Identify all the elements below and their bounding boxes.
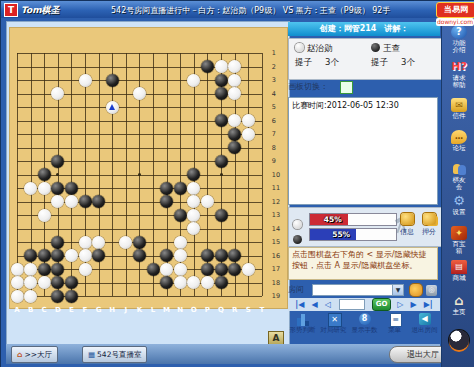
grid-line xyxy=(248,53,249,296)
mail-icon: ✉ xyxy=(451,98,467,112)
star-point xyxy=(220,173,223,176)
black-stone-G12 xyxy=(92,195,105,208)
column-label: G xyxy=(94,306,104,314)
mascot-icon xyxy=(449,330,469,350)
show-move-numbers-button[interactable]: 8 显示手数 xyxy=(350,312,379,339)
row-label: 5 xyxy=(272,103,284,111)
grid-line xyxy=(17,229,262,230)
tab-lobby[interactable]: ⌂>>大厅 xyxy=(11,346,58,363)
sidebar-item-treasure[interactable]: ✦百宝箱 xyxy=(442,226,474,255)
white-stone-P12 xyxy=(201,195,214,208)
black-win-bar: 55% xyxy=(309,228,397,241)
prev-move-button[interactable]: ◁ xyxy=(325,298,331,311)
players-panel: 赵治勋 提子3个 王查 提子3个 xyxy=(288,38,442,80)
white-stone-S17 xyxy=(242,263,255,276)
column-label: F xyxy=(80,306,90,314)
black-stone-K16 xyxy=(133,249,146,262)
white-stone-J15 xyxy=(119,236,132,249)
black-stone-F12 xyxy=(79,195,92,208)
black-stone-E11 xyxy=(65,182,78,195)
white-stone-C11 xyxy=(38,182,51,195)
app-logo-icon: T xyxy=(4,3,18,17)
column-label: T xyxy=(257,306,267,314)
tab-live-room[interactable]: ▦542号直播室 xyxy=(82,346,147,363)
white-stone-R3 xyxy=(228,74,241,87)
white-captures-label: 提子 xyxy=(295,57,325,69)
tools-icon[interactable]: ◎ xyxy=(426,285,437,296)
first-move-button[interactable]: |◀ xyxy=(295,298,304,311)
white-stone-C13 xyxy=(38,209,51,222)
white-player: 赵治勋 提子3个 xyxy=(295,43,365,71)
row-label: 3 xyxy=(272,76,284,84)
row-label: 4 xyxy=(272,90,284,98)
prev-10-button[interactable]: ◀ xyxy=(311,298,317,311)
board-switch-row: 画板切换： xyxy=(288,81,440,95)
black-win-pct: 55% xyxy=(332,230,350,239)
app-name: Tom棋圣 xyxy=(21,4,60,17)
white-player-name: 赵治勋 xyxy=(307,43,333,53)
room-label: 房间 xyxy=(288,285,304,294)
info-icon xyxy=(401,213,414,225)
last-move-triangle-marker xyxy=(109,104,115,110)
white-stone-S7 xyxy=(242,128,255,141)
white-stone-O13 xyxy=(187,209,200,222)
black-stone-icon xyxy=(371,43,380,52)
column-label: E xyxy=(66,306,76,314)
window-title: 542号房间直播进行中－白方：赵治勋（P9级） VS 黑方：王查（P9级） 92… xyxy=(111,5,411,16)
row-label: 17 xyxy=(272,265,284,273)
white-stone-M17 xyxy=(160,263,173,276)
white-stone-E16 xyxy=(65,249,78,262)
black-stone-G16 xyxy=(92,249,105,262)
white-stone-O11 xyxy=(187,182,200,195)
exit-room-button[interactable]: ◀ 退出房间 xyxy=(410,312,439,339)
bet-points-button[interactable]: 押分 xyxy=(419,213,439,239)
black-player: 王查 提子3个 xyxy=(371,43,441,71)
column-label: N xyxy=(175,306,185,314)
row-label: 2 xyxy=(272,63,284,71)
black-stone-P17 xyxy=(201,263,214,276)
column-label: P xyxy=(202,306,212,314)
sidebar-item-shop[interactable]: ▤商城 xyxy=(442,260,474,282)
white-stone-A18 xyxy=(11,276,24,289)
column-label: M xyxy=(162,306,172,314)
column-label: K xyxy=(134,306,144,314)
column-label: B xyxy=(26,306,36,314)
room-dropdown[interactable]: ▼ xyxy=(312,284,404,296)
black-stone-N13 xyxy=(174,209,187,222)
column-label: R xyxy=(230,306,240,314)
white-stone-F3 xyxy=(79,74,92,87)
column-label: H xyxy=(107,306,117,314)
match-time: 比赛时间:2012-06-05 12:30 xyxy=(292,100,434,111)
match-info-box[interactable]: 比赛时间:2012-06-05 12:30 xyxy=(288,97,438,205)
row-label: 6 xyxy=(272,117,284,125)
black-stone-D16 xyxy=(51,249,64,262)
white-stone-K4 xyxy=(133,87,146,100)
black-stone-icon xyxy=(293,235,302,244)
black-stone-C17 xyxy=(38,263,51,276)
black-stone-D9 xyxy=(51,155,64,168)
room-selector-row: 房间 ▼ ◎ xyxy=(288,284,440,297)
white-stone-G15 xyxy=(92,236,105,249)
board-panel: ABCDEFGHJKLMNOPQRST123456789101112131415… xyxy=(6,21,290,345)
black-stone-Q3 xyxy=(215,74,228,87)
title-bar: T Tom棋圣 542号房间直播进行中－白方：赵治勋（P9级） VS 黑方：王查… xyxy=(1,1,474,18)
win-rate-panel: 45% 55% 信息 押分 xyxy=(288,207,442,247)
shop-icon: ▤ xyxy=(451,260,467,274)
row-label: 1 xyxy=(272,49,284,57)
black-stone-H3 xyxy=(106,74,119,87)
column-label: O xyxy=(189,306,199,314)
white-win-bar: 45% xyxy=(309,213,397,226)
row-label: 8 xyxy=(272,144,284,152)
white-stone-E12 xyxy=(65,195,78,208)
question-icon: ? xyxy=(451,25,467,39)
column-label: S xyxy=(243,306,253,314)
white-stone-O18 xyxy=(187,276,200,289)
go-board[interactable]: ABCDEFGHJKLMNOPQRST123456789101112131415… xyxy=(9,27,288,309)
help-icon: H? xyxy=(451,60,467,74)
column-label: J xyxy=(121,306,131,314)
sidebar-item-mail[interactable]: ✉信件 xyxy=(442,98,474,120)
white-stone-O14 xyxy=(187,222,200,235)
black-stone-D19 xyxy=(51,290,64,303)
menu-page-icon: ≡ xyxy=(390,313,402,327)
black-stone-B16 xyxy=(24,249,37,262)
black-stone-Q6 xyxy=(215,114,228,127)
black-stone-P16 xyxy=(201,249,214,262)
row-label: 14 xyxy=(272,225,284,233)
room-creator-bar: 创建：网管214 讲解： xyxy=(288,22,440,36)
move-number-input[interactable] xyxy=(339,299,365,310)
row-label: 19 xyxy=(272,292,284,300)
row-label: 11 xyxy=(272,184,284,192)
sidebar-item-settings[interactable]: ⚙设置 xyxy=(442,194,474,216)
black-stone-C10 xyxy=(38,168,51,181)
white-win-row: 45% xyxy=(293,213,403,225)
black-stone-P2 xyxy=(201,60,214,73)
black-stone-N11 xyxy=(174,182,187,195)
black-stone-D18 xyxy=(51,276,64,289)
board-page-icon: ▦ xyxy=(88,350,95,359)
black-stone-D11 xyxy=(51,182,64,195)
bottom-toolbar: 形势判断 ✕ 对局研究 8 显示手数 ≡ 菜单 ◀ 退出房间 xyxy=(288,312,440,339)
row-label: 16 xyxy=(272,252,284,260)
row-label: 18 xyxy=(272,279,284,287)
white-stone-N16 xyxy=(174,249,187,262)
white-stone-R2 xyxy=(228,60,241,73)
white-stone-A19 xyxy=(11,290,24,303)
white-stone-F17 xyxy=(79,263,92,276)
board-switch-icon[interactable] xyxy=(340,81,353,94)
app-window: T Tom棋圣 542号房间直播进行中－白方：赵治勋（P9级） VS 黑方：王查… xyxy=(0,0,474,367)
white-stone-P18 xyxy=(201,276,214,289)
info-button[interactable]: 信息 xyxy=(397,213,417,239)
ad-url: downyi.com xyxy=(436,18,474,26)
chevron-down-icon[interactable]: ▼ xyxy=(392,285,403,295)
white-stone-D12 xyxy=(51,195,64,208)
number-circle-icon: 8 xyxy=(359,313,371,325)
game-research-button[interactable]: ✕ 对局研究 xyxy=(319,312,348,339)
sidebar-item-help[interactable]: H?请求帮助 xyxy=(442,60,474,89)
star-point xyxy=(138,173,141,176)
column-label: Q xyxy=(216,306,226,314)
black-stone-R17 xyxy=(228,263,241,276)
white-win-pct: 45% xyxy=(324,215,342,224)
white-stone-N15 xyxy=(174,236,187,249)
sidebar-item-features[interactable]: ?功能介绍 xyxy=(442,25,474,54)
black-stone-R8 xyxy=(228,141,241,154)
white-stone-N17 xyxy=(174,263,187,276)
row-label: 10 xyxy=(272,171,284,179)
grid-line xyxy=(153,53,154,296)
move-navigation-bar: |◀ ◀ ◁ GO ▷ ▶ ▶| xyxy=(288,298,440,311)
white-stone-B18 xyxy=(24,276,37,289)
home-icon: ⌂ xyxy=(17,350,22,359)
white-stone-S6 xyxy=(242,114,255,127)
white-stone-F16 xyxy=(79,249,92,262)
black-stone-Q13 xyxy=(215,209,228,222)
black-stone-Q17 xyxy=(215,263,228,276)
white-stone-O3 xyxy=(187,74,200,87)
position-judge-button[interactable]: 形势判断 xyxy=(288,312,317,339)
mini-board-icon: ✕ xyxy=(328,313,342,327)
white-stone-H5 xyxy=(106,101,119,114)
black-stone-Q16 xyxy=(215,249,228,262)
right-sidebar: ?功能介绍 H?请求帮助 ✉信件 …论坛 棋友会 ⚙设置 ✦百宝箱 ▤商城 ⌂主… xyxy=(441,18,474,367)
grid-line xyxy=(262,53,263,296)
last-move-button[interactable]: ▶| xyxy=(424,298,433,311)
black-stone-M12 xyxy=(160,195,173,208)
column-label: C xyxy=(39,306,49,314)
black-stone-E19 xyxy=(65,290,78,303)
white-stone-B19 xyxy=(24,290,37,303)
column-label: L xyxy=(148,306,158,314)
black-stone-D17 xyxy=(51,263,64,276)
star-point xyxy=(56,173,59,176)
white-stone-O12 xyxy=(187,195,200,208)
cat-emoticon-icon[interactable] xyxy=(410,284,422,296)
ad-watermark: 当易网 downyi.com xyxy=(436,2,474,27)
row-label: 7 xyxy=(272,130,284,138)
black-stone-Q18 xyxy=(215,276,228,289)
bottom-tabs-strip: ⌂>>大厅 ▦542号直播室 退出大厅 xyxy=(6,344,440,364)
white-stone-R4 xyxy=(228,87,241,100)
white-stone-R6 xyxy=(228,114,241,127)
exit-door-icon: ◀ xyxy=(419,313,431,325)
ad-name: 当易网 xyxy=(436,2,474,18)
black-stone-O10 xyxy=(187,168,200,181)
black-stone-R16 xyxy=(228,249,241,262)
white-stone-A17 xyxy=(11,263,24,276)
treasure-icon: ✦ xyxy=(451,226,467,240)
black-stone-C16 xyxy=(38,249,51,262)
black-captures-label: 提子 xyxy=(371,57,401,69)
black-win-row: 55% xyxy=(293,228,403,240)
black-stone-R7 xyxy=(228,128,241,141)
row-label: 15 xyxy=(272,238,284,246)
black-stone-M18 xyxy=(160,276,173,289)
white-stone-F15 xyxy=(79,236,92,249)
white-stone-Q2 xyxy=(215,60,228,73)
black-stone-D15 xyxy=(51,236,64,249)
home-icon: ⌂ xyxy=(451,294,467,308)
friends-icon xyxy=(451,162,467,176)
white-stone-N18 xyxy=(174,276,187,289)
black-captures-value: 3个 xyxy=(401,57,415,67)
sidebar-item-forum[interactable]: …论坛 xyxy=(442,130,474,152)
forum-icon: … xyxy=(451,130,467,144)
white-captures-value: 3个 xyxy=(325,57,339,67)
sidebar-item-home[interactable]: ⌂主页 xyxy=(442,294,474,316)
white-stone-B11 xyxy=(24,182,37,195)
row-label: 9 xyxy=(272,157,284,165)
black-stone-L17 xyxy=(147,263,160,276)
white-stone-icon xyxy=(295,43,304,52)
go-button[interactable]: GO xyxy=(372,298,391,311)
bar-chart-icon xyxy=(297,313,309,326)
white-stone-D4 xyxy=(51,87,64,100)
white-stone-C18 xyxy=(38,276,51,289)
black-stone-M11 xyxy=(160,182,173,195)
white-stone-B17 xyxy=(24,263,37,276)
black-stone-Q4 xyxy=(215,87,228,100)
row-label: 12 xyxy=(272,198,284,206)
black-stone-E18 xyxy=(65,276,78,289)
next-move-button[interactable]: ▷ xyxy=(397,298,403,311)
black-stone-Q9 xyxy=(215,155,228,168)
black-stone-M16 xyxy=(160,249,173,262)
coins-icon xyxy=(423,213,436,225)
sidebar-item-mascot[interactable] xyxy=(442,330,474,350)
gear-icon: ⚙ xyxy=(451,194,467,208)
sidebar-item-friends[interactable]: 棋友会 xyxy=(442,162,474,191)
menu-button[interactable]: ≡ 菜单 xyxy=(380,312,409,339)
black-stone-K15 xyxy=(133,236,146,249)
next-10-button[interactable]: ▶ xyxy=(410,298,416,311)
black-player-name: 王查 xyxy=(383,43,400,53)
column-label: D xyxy=(53,306,63,314)
column-label: A xyxy=(12,306,22,314)
hint-text-box: 点击围棋盘右下角的 < 显示/隐藏快捷按钮，点击 A 显示/隐藏棋盘坐标。 xyxy=(288,247,438,280)
row-label: 13 xyxy=(272,211,284,219)
board-switch-label: 画板切换： xyxy=(288,82,328,91)
